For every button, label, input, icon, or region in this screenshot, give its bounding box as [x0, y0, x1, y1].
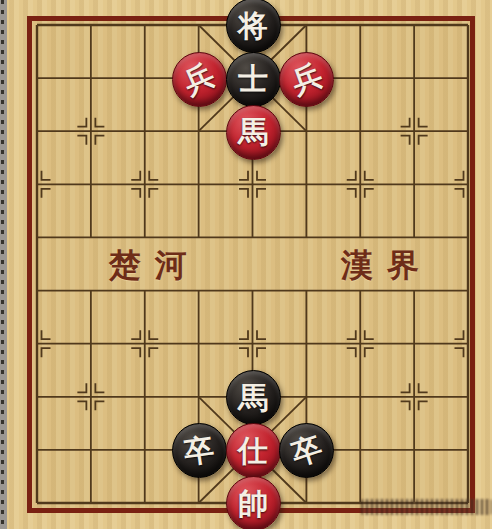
piece-glyph: 兵 — [179, 59, 219, 99]
piece-glyph: 仕 — [238, 436, 268, 466]
watermark — [361, 499, 492, 515]
piece-red-soldier[interactable]: 兵 — [279, 52, 334, 107]
piece-glyph: 兵 — [288, 60, 326, 98]
piece-glyph: 卒 — [182, 434, 216, 468]
piece-black-soldier[interactable]: 卒 — [279, 423, 334, 478]
piece-black-general[interactable]: 将 — [226, 0, 281, 53]
piece-black-horse[interactable]: 馬 — [226, 370, 281, 425]
piece-black-soldier[interactable]: 卒 — [172, 423, 227, 478]
piece-glyph: 馬 — [238, 117, 268, 147]
piece-black-advisor[interactable]: 士 — [226, 52, 281, 107]
piece-glyph: 卒 — [288, 432, 326, 470]
piece-red-general[interactable]: 帥 — [226, 476, 281, 529]
piece-red-horse[interactable]: 馬 — [226, 105, 281, 160]
piece-glyph: 馬 — [238, 383, 268, 413]
xiangqi-app: 楚河 漢界 将兵士兵馬馬卒仕卒帥 — [0, 0, 492, 529]
piece-glyph: 士 — [238, 64, 268, 94]
pieces-layer: 将兵士兵馬馬卒仕卒帥 — [10, 0, 492, 529]
piece-glyph: 将 — [238, 11, 268, 41]
piece-red-soldier[interactable]: 兵 — [172, 52, 227, 107]
piece-glyph: 帥 — [238, 489, 268, 519]
piece-red-advisor[interactable]: 仕 — [226, 423, 281, 478]
